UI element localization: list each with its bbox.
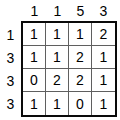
- board-cell-r4c2[interactable]: 1: [46, 92, 69, 115]
- board-cell-r4c1[interactable]: 1: [23, 92, 46, 115]
- board-cell-r1c1[interactable]: 1: [23, 23, 46, 46]
- row-clues: 1333: [0, 23, 21, 115]
- col-clue-2: 1: [46, 0, 69, 21]
- board-cell-r2c2[interactable]: 1: [46, 46, 69, 69]
- puzzle-page: 1153 1333 1112112102211101: [0, 0, 120, 120]
- board-cell-r1c4[interactable]: 2: [92, 23, 115, 46]
- col-clue-3: 5: [69, 0, 92, 21]
- board-cell-r2c4[interactable]: 1: [92, 46, 115, 69]
- board-cell-r3c4[interactable]: 1: [92, 69, 115, 92]
- board-cell-r3c2[interactable]: 2: [46, 69, 69, 92]
- board-cell-r2c3[interactable]: 2: [69, 46, 92, 69]
- row-clue-3: 3: [0, 69, 21, 92]
- board-cell-r2c1[interactable]: 1: [23, 46, 46, 69]
- board-cell-r1c3[interactable]: 1: [69, 23, 92, 46]
- col-clue-1: 1: [23, 0, 46, 21]
- row-clue-1: 1: [0, 23, 21, 46]
- puzzle-board: 1112112102211101: [21, 21, 117, 117]
- board-cell-r4c4[interactable]: 1: [92, 92, 115, 115]
- row-clue-4: 3: [0, 92, 21, 115]
- board-cell-r1c2[interactable]: 1: [46, 23, 69, 46]
- board-cell-r4c3[interactable]: 0: [69, 92, 92, 115]
- board-cell-r3c1[interactable]: 0: [23, 69, 46, 92]
- column-clues: 1153: [23, 0, 115, 21]
- col-clue-4: 3: [92, 0, 115, 21]
- row-clue-2: 3: [0, 46, 21, 69]
- board-cell-r3c3[interactable]: 2: [69, 69, 92, 92]
